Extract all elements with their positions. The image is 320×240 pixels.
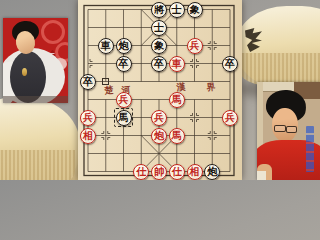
glasses-icon [274, 125, 286, 132]
engraved-character [245, 28, 262, 52]
piece-red-相[interactable]: 相 [80, 128, 96, 144]
last-move-from-marker [102, 78, 109, 85]
right-player-photo [257, 82, 320, 180]
piece-red-帥[interactable]: 帥 [151, 164, 167, 180]
piece-black-士[interactable]: 士 [169, 2, 185, 18]
piece-red-兵[interactable]: 兵 [151, 110, 167, 126]
piece-black-士[interactable]: 士 [151, 20, 167, 36]
wood-grain-ridges [0, 150, 75, 180]
piece-black-象[interactable]: 象 [187, 2, 203, 18]
piece-black-卒[interactable]: 卒 [222, 56, 238, 72]
giant-xiangqi-piece-left [0, 96, 80, 180]
giant-xiangqi-piece-right [236, 6, 320, 90]
table-corner [257, 171, 266, 180]
glasses-icon [286, 126, 297, 133]
piece-black-炮[interactable]: 炮 [116, 38, 132, 54]
piece-red-炮[interactable]: 炮 [151, 128, 167, 144]
video-frame: { "game": "xiangqi", "scene": { "left_pl… [0, 0, 320, 180]
piece-red-仕[interactable]: 仕 [169, 164, 185, 180]
watermark-text [306, 126, 314, 172]
piece-red-兵[interactable]: 兵 [222, 110, 238, 126]
piece-red-馬[interactable]: 馬 [169, 128, 185, 144]
piece-red-兵[interactable]: 兵 [116, 92, 132, 108]
piece-black-車[interactable]: 車 [98, 38, 114, 54]
xiangqi-board[interactable]: 楚 河 漢 界 將士象士車炮象兵卒卒車卒卒兵馬兵馬兵兵相炮馬仕帥仕相炮 [78, 0, 242, 180]
left-player-photo [3, 18, 68, 103]
piece-red-馬[interactable]: 馬 [169, 92, 185, 108]
piece-black-將[interactable]: 將 [151, 2, 167, 18]
piece-red-車[interactable]: 車 [169, 56, 185, 72]
piece-red-兵[interactable]: 兵 [80, 110, 96, 126]
piece-black-卒[interactable]: 卒 [80, 74, 96, 90]
piece-black-象[interactable]: 象 [151, 38, 167, 54]
piece-red-兵[interactable]: 兵 [187, 38, 203, 54]
river-label: 界 [204, 80, 217, 94]
river-label: 楚 [102, 83, 115, 97]
backdrop-circle [41, 20, 65, 44]
table-edge [3, 96, 68, 103]
piece-black-卒[interactable]: 卒 [116, 56, 132, 72]
piece-black-炮[interactable]: 炮 [204, 164, 220, 180]
piece-black-卒[interactable]: 卒 [151, 56, 167, 72]
last-move-to-marker [114, 108, 133, 127]
piece-red-相[interactable]: 相 [187, 164, 203, 180]
vest-badge [22, 68, 27, 76]
piece-red-仕[interactable]: 仕 [133, 164, 149, 180]
